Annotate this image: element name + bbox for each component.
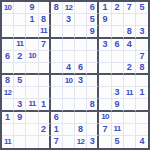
- cell-r9c12[interactable]: [136, 99, 148, 111]
- cell-r7c8[interactable]: [87, 75, 99, 87]
- cell-r1c12[interactable]: 5: [136, 2, 148, 14]
- cell-r12c8[interactable]: 3: [87, 136, 99, 148]
- cell-r7c12[interactable]: [136, 75, 148, 87]
- cell-r3c4[interactable]: 11: [39, 26, 51, 38]
- cell-r11c5[interactable]: 1: [51, 124, 63, 136]
- cell-r1c10[interactable]: 2: [112, 2, 124, 14]
- cell-r6c9[interactable]: [99, 63, 111, 75]
- cell-r5c7[interactable]: [75, 51, 87, 63]
- cell-r2c7[interactable]: [75, 14, 87, 26]
- cell-r8c5[interactable]: [51, 87, 63, 99]
- cell-r2c5[interactable]: [51, 14, 63, 26]
- cell-r1c2[interactable]: [14, 2, 26, 14]
- cell-r4c9[interactable]: 3: [99, 39, 111, 51]
- cell-r2c8[interactable]: 5: [87, 14, 99, 26]
- cell-r12c7[interactable]: 12: [75, 136, 87, 148]
- cell-r6c12[interactable]: 8: [136, 63, 148, 75]
- cell-r5c4[interactable]: [39, 51, 51, 63]
- cell-r3c3[interactable]: [26, 26, 38, 38]
- cell-r4c12[interactable]: [136, 39, 148, 51]
- cell-r10c10[interactable]: [112, 112, 124, 124]
- cell-r1c6[interactable]: 12: [63, 2, 75, 14]
- cell-r5c3[interactable]: 10: [26, 51, 38, 63]
- cell-r2c9[interactable]: 9: [99, 14, 111, 26]
- cell-r11c11[interactable]: [124, 124, 136, 136]
- cell-r6c6[interactable]: 4: [63, 63, 75, 75]
- cell-r4c5[interactable]: [51, 39, 63, 51]
- cell-r8c3[interactable]: [26, 87, 38, 99]
- cell-r12c12[interactable]: 4: [136, 136, 148, 148]
- cell-r1c11[interactable]: 7: [124, 2, 136, 14]
- sudoku-board: 1098126127518359119831173646210746288510…: [0, 0, 150, 150]
- cell-r4c2[interactable]: 11: [14, 39, 26, 51]
- cell-r11c6[interactable]: [63, 124, 75, 136]
- cell-r9c11[interactable]: [124, 99, 136, 111]
- cell-r1c8[interactable]: 6: [87, 2, 99, 14]
- cell-r2c1[interactable]: [2, 14, 14, 26]
- cell-r12c11[interactable]: [124, 136, 136, 148]
- cell-r12c9[interactable]: [99, 136, 111, 148]
- cell-r10c4[interactable]: [39, 112, 51, 124]
- cell-r10c7[interactable]: [75, 112, 87, 124]
- cell-r5c9[interactable]: [99, 51, 111, 63]
- cell-r3c9[interactable]: [99, 26, 111, 38]
- cell-r6c11[interactable]: 2: [124, 63, 136, 75]
- cell-r6c4[interactable]: [39, 63, 51, 75]
- cell-r10c8[interactable]: [87, 112, 99, 124]
- cell-r11c9[interactable]: 7: [99, 124, 111, 136]
- cell-r5c6[interactable]: [63, 51, 75, 63]
- cell-r9c2[interactable]: 3: [14, 99, 26, 111]
- cell-r10c3[interactable]: [26, 112, 38, 124]
- cell-r8c9[interactable]: [99, 87, 111, 99]
- cell-r2c12[interactable]: [136, 14, 148, 26]
- cell-r11c4[interactable]: 2: [39, 124, 51, 136]
- cell-r2c3[interactable]: 1: [26, 14, 38, 26]
- cell-r8c7[interactable]: [75, 87, 87, 99]
- cell-r6c1[interactable]: [2, 63, 14, 75]
- cell-r12c2[interactable]: [14, 136, 26, 148]
- cell-r5c8[interactable]: [87, 51, 99, 63]
- cell-r1c1[interactable]: 10: [2, 2, 14, 14]
- cell-r8c10[interactable]: 3: [112, 87, 124, 99]
- cell-r1c3[interactable]: 9: [26, 2, 38, 14]
- cell-r7c4[interactable]: [39, 75, 51, 87]
- cell-r2c4[interactable]: 8: [39, 14, 51, 26]
- cell-r11c7[interactable]: 8: [75, 124, 87, 136]
- cell-r12c5[interactable]: 7: [51, 136, 63, 148]
- cell-r9c7[interactable]: [75, 99, 87, 111]
- cell-r11c8[interactable]: [87, 124, 99, 136]
- cell-r9c8[interactable]: 8: [87, 99, 99, 111]
- cell-r5c1[interactable]: 6: [2, 51, 14, 63]
- cell-r3c12[interactable]: 3: [136, 26, 148, 38]
- cell-r6c3[interactable]: [26, 63, 38, 75]
- cell-r8c12[interactable]: 1: [136, 87, 148, 99]
- cell-r5c10[interactable]: [112, 51, 124, 63]
- cell-r8c1[interactable]: 12: [2, 87, 14, 99]
- cell-r7c1[interactable]: 8: [2, 75, 14, 87]
- cell-r10c5[interactable]: 6: [51, 112, 63, 124]
- cell-r6c7[interactable]: 6: [75, 63, 87, 75]
- cell-r3c8[interactable]: 9: [87, 26, 99, 38]
- cell-r3c1[interactable]: [2, 26, 14, 38]
- cell-r9c9[interactable]: [99, 99, 111, 111]
- cell-r1c9[interactable]: 1: [99, 2, 111, 14]
- cell-r12c3[interactable]: [26, 136, 38, 148]
- cell-r3c2[interactable]: [14, 26, 26, 38]
- cell-r8c6[interactable]: [63, 87, 75, 99]
- cell-r4c8[interactable]: [87, 39, 99, 51]
- cell-r11c2[interactable]: [14, 124, 26, 136]
- cell-r4c4[interactable]: 7: [39, 39, 51, 51]
- cell-r10c9[interactable]: 10: [99, 112, 111, 124]
- cell-r2c11[interactable]: [124, 14, 136, 26]
- cell-r4c10[interactable]: 6: [112, 39, 124, 51]
- cell-r6c2[interactable]: [14, 63, 26, 75]
- cell-r4c11[interactable]: 4: [124, 39, 136, 51]
- cell-r8c8[interactable]: [87, 87, 99, 99]
- cell-r12c4[interactable]: [39, 136, 51, 148]
- cell-r6c5[interactable]: [51, 63, 63, 75]
- cell-r10c12[interactable]: [136, 112, 148, 124]
- cell-r8c4[interactable]: [39, 87, 51, 99]
- cell-r7c7[interactable]: 3: [75, 75, 87, 87]
- cell-r5c5[interactable]: [51, 51, 63, 63]
- cell-r3c5[interactable]: [51, 26, 63, 38]
- cell-r9c3[interactable]: 11: [26, 99, 38, 111]
- cell-r7c9[interactable]: [99, 75, 111, 87]
- cell-r7c6[interactable]: 10: [63, 75, 75, 87]
- cell-r8c2[interactable]: [14, 87, 26, 99]
- cell-r9c1[interactable]: [2, 99, 14, 111]
- cell-r6c10[interactable]: [112, 63, 124, 75]
- cell-r9c4[interactable]: 1: [39, 99, 51, 111]
- cell-r10c6[interactable]: [63, 112, 75, 124]
- cell-r4c6[interactable]: [63, 39, 75, 51]
- cell-r5c12[interactable]: 7: [136, 51, 148, 63]
- cell-r2c10[interactable]: [112, 14, 124, 26]
- cell-r11c3[interactable]: [26, 124, 38, 136]
- cell-r6c8[interactable]: [87, 63, 99, 75]
- cell-r2c2[interactable]: [14, 14, 26, 26]
- cell-r3c7[interactable]: [75, 26, 87, 38]
- cell-r7c5[interactable]: [51, 75, 63, 87]
- cell-r7c11[interactable]: [124, 75, 136, 87]
- cell-r9c10[interactable]: 9: [112, 99, 124, 111]
- cell-r7c10[interactable]: [112, 75, 124, 87]
- cell-r3c10[interactable]: [112, 26, 124, 38]
- cell-r1c4[interactable]: [39, 2, 51, 14]
- cell-r5c11[interactable]: [124, 51, 136, 63]
- cell-r3c11[interactable]: 8: [124, 26, 136, 38]
- cell-r12c6[interactable]: [63, 136, 75, 148]
- cell-r8c11[interactable]: 11: [124, 87, 136, 99]
- cell-r5c2[interactable]: 2: [14, 51, 26, 63]
- cell-r11c12[interactable]: [136, 124, 148, 136]
- cell-r1c5[interactable]: 8: [51, 2, 63, 14]
- cell-r10c2[interactable]: 9: [14, 112, 26, 124]
- cell-r4c3[interactable]: [26, 39, 38, 51]
- cell-r9c5[interactable]: [51, 99, 63, 111]
- cell-r10c1[interactable]: 1: [2, 112, 14, 124]
- cell-r4c7[interactable]: [75, 39, 87, 51]
- cell-r11c1[interactable]: [2, 124, 14, 136]
- cell-r12c10[interactable]: 5: [112, 136, 124, 148]
- cell-r1c7[interactable]: [75, 2, 87, 14]
- sudoku-puzzle: 1098126127518359119831173646210746288510…: [0, 0, 150, 150]
- cell-r9c6[interactable]: [63, 99, 75, 111]
- cell-r3c6[interactable]: [63, 26, 75, 38]
- cell-r10c11[interactable]: [124, 112, 136, 124]
- cell-r2c6[interactable]: 3: [63, 14, 75, 26]
- cell-r11c10[interactable]: 11: [112, 124, 124, 136]
- cell-r4c1[interactable]: [2, 39, 14, 51]
- cell-r7c3[interactable]: [26, 75, 38, 87]
- cell-r12c1[interactable]: 11: [2, 136, 14, 148]
- cell-r7c2[interactable]: 5: [14, 75, 26, 87]
